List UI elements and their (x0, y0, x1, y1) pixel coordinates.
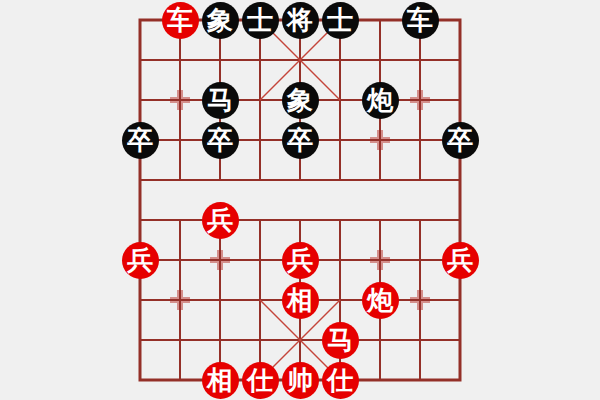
red-horse-piece[interactable]: 马 (322, 322, 359, 359)
board-point-i7[interactable] (440, 80, 480, 120)
board-point-f4[interactable] (320, 200, 360, 240)
board-point-d1[interactable] (240, 320, 280, 360)
board-point-b9[interactable]: 车 (160, 0, 200, 40)
black-chariot-piece[interactable]: 车 (402, 2, 439, 39)
red-advisor-piece[interactable]: 仕 (242, 362, 279, 399)
red-soldier-piece[interactable]: 兵 (202, 202, 239, 239)
board-point-i8[interactable] (440, 40, 480, 80)
board-point-h9[interactable]: 车 (400, 0, 440, 40)
board-point-i2[interactable] (440, 280, 480, 320)
board-point-a7[interactable] (120, 80, 160, 120)
black-soldier-piece[interactable]: 卒 (442, 122, 479, 159)
board-point-c5[interactable] (200, 160, 240, 200)
board-point-e0[interactable]: 帅 (280, 360, 320, 400)
board-point-d4[interactable] (240, 200, 280, 240)
board-point-d2[interactable] (240, 280, 280, 320)
board-point-e8[interactable] (280, 40, 320, 80)
board-point-d0[interactable]: 仕 (240, 360, 280, 400)
board-point-i0[interactable] (440, 360, 480, 400)
board-point-e7[interactable]: 象 (280, 80, 320, 120)
board-point-c3[interactable] (200, 240, 240, 280)
red-elephant-piece[interactable]: 相 (282, 282, 319, 319)
board-point-c2[interactable] (200, 280, 240, 320)
board-point-i1[interactable] (440, 320, 480, 360)
board-point-g0[interactable] (360, 360, 400, 400)
board-grid: 车象士将士车马象炮卒卒卒卒兵兵兵兵相炮马相仕帅仕 (120, 0, 480, 400)
board-point-e3[interactable]: 兵 (280, 240, 320, 280)
board-point-f7[interactable] (320, 80, 360, 120)
board-point-f9[interactable]: 士 (320, 0, 360, 40)
board-point-d5[interactable] (240, 160, 280, 200)
board-point-h5[interactable] (400, 160, 440, 200)
board-point-b1[interactable] (160, 320, 200, 360)
board-point-d8[interactable] (240, 40, 280, 80)
board-point-a9[interactable] (120, 0, 160, 40)
board-point-e4[interactable] (280, 200, 320, 240)
board-point-e1[interactable] (280, 320, 320, 360)
black-elephant-piece[interactable]: 象 (282, 82, 319, 119)
board-point-c0[interactable]: 相 (200, 360, 240, 400)
red-chariot-piece[interactable]: 车 (162, 2, 199, 39)
board-point-g4[interactable] (360, 200, 400, 240)
board-point-f5[interactable] (320, 160, 360, 200)
red-soldier-piece[interactable]: 兵 (282, 242, 319, 279)
board-point-b5[interactable] (160, 160, 200, 200)
board-point-c8[interactable] (200, 40, 240, 80)
board-point-a2[interactable] (120, 280, 160, 320)
board-point-i4[interactable] (440, 200, 480, 240)
board-point-a5[interactable] (120, 160, 160, 200)
board-point-b0[interactable] (160, 360, 200, 400)
board-point-i6[interactable]: 卒 (440, 120, 480, 160)
board-point-f0[interactable]: 仕 (320, 360, 360, 400)
board-point-d3[interactable] (240, 240, 280, 280)
black-horse-piece[interactable]: 马 (202, 82, 239, 119)
board-point-h3[interactable] (400, 240, 440, 280)
black-advisor-piece[interactable]: 士 (322, 2, 359, 39)
black-general-piece[interactable]: 将 (282, 2, 319, 39)
board-point-i3[interactable]: 兵 (440, 240, 480, 280)
board-point-e5[interactable] (280, 160, 320, 200)
board-point-g5[interactable] (360, 160, 400, 200)
board-point-b2[interactable] (160, 280, 200, 320)
red-advisor-piece[interactable]: 仕 (322, 362, 359, 399)
board-point-b3[interactable] (160, 240, 200, 280)
board-point-c9[interactable]: 象 (200, 0, 240, 40)
board-point-c4[interactable]: 兵 (200, 200, 240, 240)
board-point-a8[interactable] (120, 40, 160, 80)
board-point-h8[interactable] (400, 40, 440, 80)
black-soldier-piece[interactable]: 卒 (202, 122, 239, 159)
black-soldier-piece[interactable]: 卒 (122, 122, 159, 159)
board-point-e6[interactable]: 卒 (280, 120, 320, 160)
board-point-d9[interactable]: 士 (240, 0, 280, 40)
board-point-f1[interactable]: 马 (320, 320, 360, 360)
board-point-h0[interactable] (400, 360, 440, 400)
board-point-i9[interactable] (440, 0, 480, 40)
board-point-b6[interactable] (160, 120, 200, 160)
board-point-e2[interactable]: 相 (280, 280, 320, 320)
board-point-c6[interactable]: 卒 (200, 120, 240, 160)
black-soldier-piece[interactable]: 卒 (282, 122, 319, 159)
board-point-i5[interactable] (440, 160, 480, 200)
board-point-g3[interactable] (360, 240, 400, 280)
board-point-a6[interactable]: 卒 (120, 120, 160, 160)
red-elephant-piece[interactable]: 相 (202, 362, 239, 399)
board-point-f2[interactable] (320, 280, 360, 320)
board-point-f6[interactable] (320, 120, 360, 160)
red-soldier-piece[interactable]: 兵 (442, 242, 479, 279)
board-point-h2[interactable] (400, 280, 440, 320)
board-point-g2[interactable]: 炮 (360, 280, 400, 320)
red-soldier-piece[interactable]: 兵 (122, 242, 159, 279)
board-point-g7[interactable]: 炮 (360, 80, 400, 120)
board-point-b8[interactable] (160, 40, 200, 80)
board-point-b7[interactable] (160, 80, 200, 120)
board-point-a1[interactable] (120, 320, 160, 360)
xiangqi-board: 车象士将士车马象炮卒卒卒卒兵兵兵兵相炮马相仕帅仕 (0, 0, 600, 400)
board-point-c7[interactable]: 马 (200, 80, 240, 120)
red-cannon-piece[interactable]: 炮 (362, 282, 399, 319)
board-point-d6[interactable] (240, 120, 280, 160)
black-advisor-piece[interactable]: 士 (242, 2, 279, 39)
board-point-f8[interactable] (320, 40, 360, 80)
black-cannon-piece[interactable]: 炮 (362, 82, 399, 119)
board-point-f3[interactable] (320, 240, 360, 280)
board-point-g9[interactable] (360, 0, 400, 40)
board-point-d7[interactable] (240, 80, 280, 120)
board-point-g8[interactable] (360, 40, 400, 80)
board-point-h6[interactable] (400, 120, 440, 160)
board-point-g6[interactable] (360, 120, 400, 160)
board-point-e9[interactable]: 将 (280, 0, 320, 40)
board-point-h4[interactable] (400, 200, 440, 240)
board-point-g1[interactable] (360, 320, 400, 360)
board-point-c1[interactable] (200, 320, 240, 360)
board-point-h7[interactable] (400, 80, 440, 120)
board-point-a3[interactable]: 兵 (120, 240, 160, 280)
board-point-a4[interactable] (120, 200, 160, 240)
red-general-piece[interactable]: 帅 (282, 362, 319, 399)
board-point-b4[interactable] (160, 200, 200, 240)
board-point-h1[interactable] (400, 320, 440, 360)
board-point-a0[interactable] (120, 360, 160, 400)
black-elephant-piece[interactable]: 象 (202, 2, 239, 39)
